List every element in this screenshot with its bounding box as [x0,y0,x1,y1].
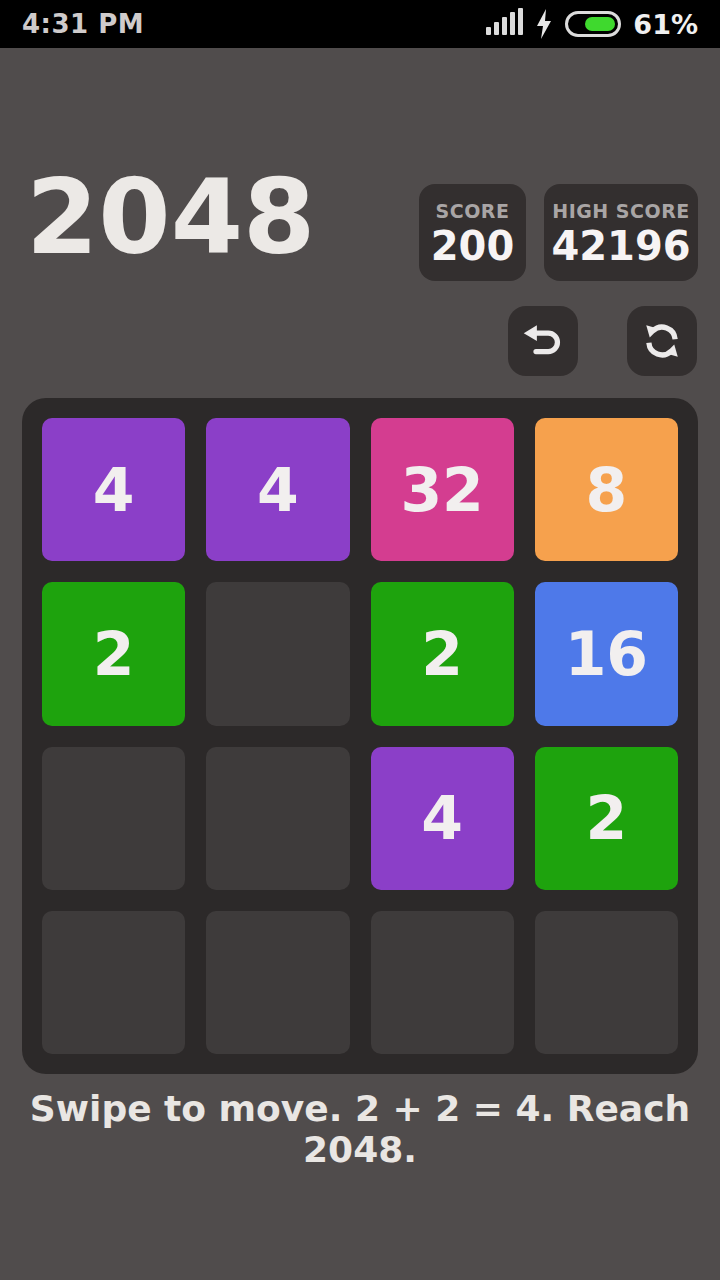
battery-icon [565,11,621,37]
empty-cell-r4c2 [206,911,349,1054]
tile-32-r1c3: 32 [371,418,514,561]
tile-8-r1c4: 8 [535,418,678,561]
app-screen: 4:31 PM 61% 2048 SCORE 200 HIGH SCORE 42… [0,0,720,1280]
signal-strength-icon [486,9,523,39]
tile-4-r3c3: 4 [371,747,514,890]
high-score-label: HIGH SCORE [552,200,689,222]
restart-button[interactable] [627,306,697,376]
tile-2-r3c4: 2 [535,747,678,890]
undo-arrow-icon [522,320,564,362]
tile-4-r1c2: 4 [206,418,349,561]
empty-cell-r4c3 [371,911,514,1054]
tile-4-r1c1: 4 [42,418,185,561]
empty-cell-r3c1 [42,747,185,890]
empty-cell-r3c2 [206,747,349,890]
score-value: 200 [431,226,515,266]
status-bar: 4:31 PM 61% [0,0,720,48]
undo-button[interactable] [508,306,578,376]
refresh-icon [641,320,683,362]
charging-bolt-icon [535,9,553,39]
empty-cell-r4c4 [535,911,678,1054]
tile-2-r2c1: 2 [42,582,185,725]
game-board[interactable]: 44328221642 [22,398,698,1074]
empty-cell-r2c2 [206,582,349,725]
high-score-box: HIGH SCORE 42196 [544,184,698,281]
hint-text: Swipe to move. 2 + 2 = 4. Reach 2048. [0,1088,720,1170]
high-score-value: 42196 [551,226,690,266]
score-box: SCORE 200 [419,184,526,281]
tile-2-r2c3: 2 [371,582,514,725]
score-label: SCORE [436,200,510,222]
clock: 4:31 PM [22,9,144,39]
status-icons: 61% [486,9,698,40]
battery-percent: 61% [633,9,698,40]
empty-cell-r4c1 [42,911,185,1054]
tile-16-r2c4: 16 [535,582,678,725]
game-title: 2048 [26,160,315,274]
